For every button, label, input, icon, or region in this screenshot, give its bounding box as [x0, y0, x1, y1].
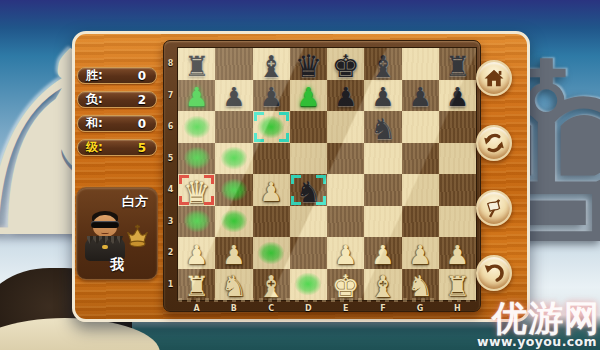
square-b5[interactable] — [215, 143, 252, 175]
file-label-d: D — [290, 304, 327, 313]
square-g5[interactable] — [402, 143, 439, 175]
black-rook-piece[interactable]: ♜ — [439, 51, 476, 82]
square-d6[interactable] — [290, 111, 327, 143]
square-b7[interactable]: ♟ — [215, 80, 252, 112]
square-b8[interactable] — [215, 48, 252, 80]
square-b2[interactable]: ♟ — [215, 237, 252, 269]
square-f2[interactable]: ♟ — [364, 237, 401, 269]
game-window: 胜:0负:2和:0级:5 白方 — [72, 31, 530, 322]
rank-label-5: 5 — [164, 143, 177, 175]
black-pawn-piece[interactable]: ♟ — [253, 82, 290, 113]
square-e2[interactable]: ♟ — [327, 237, 364, 269]
restart-arrows-icon — [483, 132, 505, 154]
background-knight-ring — [0, 318, 160, 350]
white-knight-piece[interactable]: ♞ — [402, 271, 439, 302]
white-pawn-piece[interactable]: ♟ — [178, 240, 215, 271]
square-d5[interactable] — [290, 143, 327, 175]
white-pawn-piece[interactable]: ♟ — [364, 240, 401, 271]
white-rook-piece[interactable]: ♜ — [178, 271, 215, 302]
black-pawn-piece[interactable]: ♟ — [327, 82, 364, 113]
avatar-bowtie — [102, 245, 108, 249]
square-c1[interactable]: ♝ — [253, 269, 290, 301]
white-pawn-piece[interactable]: ♟ — [215, 240, 252, 271]
square-h8[interactable]: ♜ — [439, 48, 476, 80]
rank-label-1: 1 — [164, 269, 177, 301]
rank-label-8: 8 — [164, 48, 177, 80]
square-c6[interactable] — [253, 111, 290, 143]
avatar-sunglasses — [91, 221, 119, 228]
white-queen-piece[interactable]: ♛ — [178, 177, 215, 208]
stats-panel: 胜:0负:2和:0级:5 — [77, 67, 157, 156]
square-h1[interactable]: ♜ — [439, 269, 476, 301]
home-icon — [483, 67, 505, 89]
move-hint[interactable] — [220, 210, 247, 233]
square-a1[interactable]: ♜ — [178, 269, 215, 301]
player-name: 我 — [77, 256, 157, 274]
white-king-piece[interactable]: ♚ — [327, 271, 364, 302]
square-b1[interactable]: ♞ — [215, 269, 252, 301]
watermark-url: www.yoyou.com — [477, 335, 600, 350]
stat-label-wins: 胜: — [86, 67, 103, 84]
stat-row-level: 级:5 — [77, 139, 157, 156]
square-d8[interactable]: ♛ — [290, 48, 327, 80]
stat-row-losses: 负:2 — [77, 91, 157, 108]
square-c4[interactable]: ♟ — [253, 174, 290, 206]
white-bishop-piece[interactable]: ♝ — [253, 271, 290, 302]
chess-board: 87654321 ♜♝♛♚♝♜♟♟♟♟♟♟♟♟♞♛♟♞♟♟♟♟♟♟♜♞♝♚♝♞♜… — [163, 40, 481, 312]
square-g4[interactable] — [402, 174, 439, 206]
square-h7[interactable]: ♟ — [439, 80, 476, 112]
square-d3[interactable] — [290, 206, 327, 238]
stat-row-draws: 和:0 — [77, 115, 157, 132]
move-hint[interactable] — [258, 115, 285, 138]
square-d1[interactable] — [290, 269, 327, 301]
file-label-f: F — [364, 304, 401, 313]
rank-label-3: 3 — [164, 206, 177, 238]
stat-value-losses: 2 — [138, 93, 146, 107]
square-h5[interactable] — [439, 143, 476, 175]
square-e4[interactable] — [327, 174, 364, 206]
black-pawn-piece[interactable]: ♟ — [439, 82, 476, 113]
square-g1[interactable]: ♞ — [402, 269, 439, 301]
watermark: 优游网 www.yoyou.com — [477, 302, 600, 350]
square-g3[interactable] — [402, 206, 439, 238]
stat-label-draws: 和: — [86, 115, 103, 132]
square-a5[interactable] — [178, 143, 215, 175]
black-pawn-piece[interactable]: ♟ — [178, 82, 215, 113]
move-hint[interactable] — [220, 178, 247, 201]
square-g2[interactable]: ♟ — [402, 237, 439, 269]
black-knight-piece[interactable]: ♞ — [290, 177, 327, 208]
square-a2[interactable]: ♟ — [178, 237, 215, 269]
square-a3[interactable] — [178, 206, 215, 238]
white-pawn-piece[interactable]: ♟ — [327, 240, 364, 271]
square-f6[interactable]: ♞ — [364, 111, 401, 143]
black-pawn-piece[interactable]: ♟ — [402, 82, 439, 113]
undo-button[interactable] — [476, 255, 512, 291]
square-e6[interactable] — [327, 111, 364, 143]
square-e7[interactable]: ♟ — [327, 80, 364, 112]
square-h3[interactable] — [439, 206, 476, 238]
square-e5[interactable] — [327, 143, 364, 175]
square-g7[interactable]: ♟ — [402, 80, 439, 112]
move-hint[interactable] — [183, 147, 210, 170]
rank-label-2: 2 — [164, 237, 177, 269]
square-b3[interactable] — [215, 206, 252, 238]
square-f1[interactable]: ♝ — [364, 269, 401, 301]
square-c2[interactable] — [253, 237, 290, 269]
player-side-label: 白方 — [122, 193, 148, 211]
file-label-h: H — [439, 304, 476, 313]
square-f5[interactable] — [364, 143, 401, 175]
white-rook-piece[interactable]: ♜ — [439, 271, 476, 302]
move-hint[interactable] — [220, 147, 247, 170]
avatar-smile — [101, 231, 109, 234]
white-pawn-piece[interactable]: ♟ — [439, 240, 476, 271]
file-label-b: B — [215, 304, 252, 313]
square-c3[interactable] — [253, 206, 290, 238]
square-a8[interactable]: ♜ — [178, 48, 215, 80]
file-label-e: E — [327, 304, 364, 313]
stat-row-wins: 胜:0 — [77, 67, 157, 84]
white-bishop-piece[interactable]: ♝ — [364, 271, 401, 302]
black-pawn-piece[interactable]: ♟ — [215, 82, 252, 113]
surrender-button[interactable] — [476, 190, 512, 226]
watermark-site-name: 优游网 — [477, 302, 600, 335]
square-f7[interactable]: ♟ — [364, 80, 401, 112]
square-h6[interactable] — [439, 111, 476, 143]
black-rook-piece[interactable]: ♜ — [178, 51, 215, 82]
undo-arrow-icon — [483, 262, 505, 284]
move-hint[interactable] — [183, 115, 210, 138]
square-g6[interactable] — [402, 111, 439, 143]
square-e8[interactable]: ♚ — [327, 48, 364, 80]
gold-crown-icon — [124, 224, 151, 247]
stat-label-level: 级: — [86, 139, 103, 156]
square-a4[interactable]: ♛ — [178, 174, 215, 206]
rank-labels: 87654321 — [164, 48, 177, 300]
home-button[interactable] — [476, 60, 512, 96]
square-h2[interactable]: ♟ — [439, 237, 476, 269]
black-knight-piece[interactable]: ♞ — [364, 114, 401, 145]
file-label-a: A — [178, 304, 215, 313]
square-c5[interactable] — [253, 143, 290, 175]
square-c7[interactable]: ♟ — [253, 80, 290, 112]
screen: ♞ ♚ 胜:0负:2和:0级:5 白方 — [0, 0, 600, 350]
stat-value-draws: 0 — [138, 117, 146, 131]
file-label-c: C — [253, 304, 290, 313]
square-e3[interactable] — [327, 206, 364, 238]
square-d7[interactable]: ♟ — [290, 80, 327, 112]
white-flag-icon — [483, 197, 505, 219]
square-f4[interactable] — [364, 174, 401, 206]
rank-label-6: 6 — [164, 111, 177, 143]
white-knight-piece[interactable]: ♞ — [215, 271, 252, 302]
black-king-piece[interactable]: ♚ — [327, 51, 364, 82]
move-hint[interactable] — [258, 241, 285, 264]
square-b4[interactable] — [215, 174, 252, 206]
restart-button[interactable] — [476, 125, 512, 161]
white-pawn-piece[interactable]: ♟ — [253, 177, 290, 208]
file-labels: ABCDEFGH — [178, 304, 476, 313]
board-squares: ♜♝♛♚♝♜♟♟♟♟♟♟♟♟♞♛♟♞♟♟♟♟♟♟♜♞♝♚♝♞♜ — [178, 48, 476, 300]
black-bishop-piece[interactable]: ♝ — [253, 51, 290, 82]
square-d4[interactable]: ♞ — [290, 174, 327, 206]
move-hint[interactable] — [183, 210, 210, 233]
square-h4[interactable] — [439, 174, 476, 206]
square-a6[interactable] — [178, 111, 215, 143]
square-e1[interactable]: ♚ — [327, 269, 364, 301]
square-a7[interactable]: ♟ — [178, 80, 215, 112]
stat-value-level: 5 — [138, 141, 146, 155]
black-pawn-piece[interactable]: ♟ — [290, 82, 327, 113]
file-label-g: G — [402, 304, 439, 313]
square-g8[interactable] — [402, 48, 439, 80]
stat-value-wins: 0 — [138, 69, 146, 83]
square-f8[interactable]: ♝ — [364, 48, 401, 80]
black-queen-piece[interactable]: ♛ — [290, 51, 327, 82]
square-c8[interactable]: ♝ — [253, 48, 290, 80]
rank-label-4: 4 — [164, 174, 177, 206]
square-d2[interactable] — [290, 237, 327, 269]
white-pawn-piece[interactable]: ♟ — [402, 240, 439, 271]
black-bishop-piece[interactable]: ♝ — [364, 51, 401, 82]
rank-label-7: 7 — [164, 80, 177, 112]
stat-label-losses: 负: — [86, 91, 103, 108]
player-card: 白方 我 — [76, 187, 158, 280]
move-hint[interactable] — [295, 273, 322, 296]
square-f3[interactable] — [364, 206, 401, 238]
player-avatar — [85, 211, 125, 261]
square-b6[interactable] — [215, 111, 252, 143]
black-pawn-piece[interactable]: ♟ — [364, 82, 401, 113]
